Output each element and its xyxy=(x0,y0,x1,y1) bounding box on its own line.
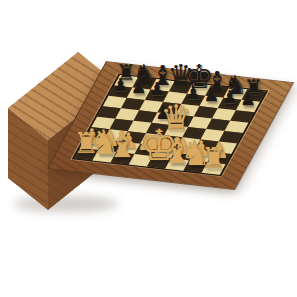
box-ground-shadow xyxy=(14,196,118,212)
product-photo-scene: ♜♞♝♛♚♝♞♜♟♟♟♟♟♟♟♟♛♟♟♟♟♟♟♟♟♜♞♝♚♝♞♜ xyxy=(0,0,297,297)
